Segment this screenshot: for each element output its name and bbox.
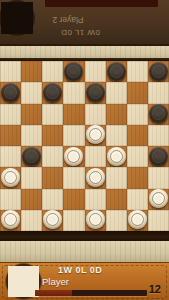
square-r3c3[interactable] [63, 125, 84, 146]
square-r5c1[interactable] [21, 167, 42, 188]
square-r5c5[interactable] [106, 167, 127, 188]
square-r5c2[interactable] [42, 167, 63, 188]
square-r6c0[interactable] [0, 189, 21, 210]
player-timer-bar [35, 290, 147, 296]
square-r4c7[interactable] [148, 146, 169, 167]
board-frame-bottom [0, 241, 169, 263]
square-r2c2[interactable] [42, 104, 63, 125]
white-piece[interactable] [43, 210, 62, 229]
square-r1c0[interactable] [0, 82, 21, 103]
square-r5c3[interactable] [63, 167, 84, 188]
move-counter: 12 [149, 283, 161, 295]
square-r4c2[interactable] [42, 146, 63, 167]
square-r0c2[interactable] [42, 61, 63, 82]
player-panel: 1W 0L 0D Player 12 [0, 262, 169, 300]
square-r1c4[interactable] [85, 82, 106, 103]
white-piece[interactable] [86, 168, 105, 187]
square-r7c2[interactable] [42, 210, 63, 231]
dark-piece[interactable] [149, 104, 168, 123]
square-r2c4[interactable] [85, 104, 106, 125]
square-r0c0[interactable] [0, 61, 21, 82]
white-piece[interactable] [64, 147, 83, 166]
square-r1c5[interactable] [106, 82, 127, 103]
white-piece[interactable] [86, 125, 105, 144]
square-r6c1[interactable] [21, 189, 42, 210]
square-r6c5[interactable] [106, 189, 127, 210]
board-frame-edge-bottom [0, 231, 169, 241]
square-r2c3[interactable] [63, 104, 84, 125]
white-piece[interactable] [149, 189, 168, 208]
square-r2c0[interactable] [0, 104, 21, 125]
square-r7c0[interactable] [0, 210, 21, 231]
checkers-board[interactable] [0, 61, 169, 231]
square-r4c0[interactable] [0, 146, 21, 167]
dark-piece[interactable] [149, 62, 168, 81]
square-r0c3[interactable] [63, 61, 84, 82]
square-r6c6[interactable] [127, 189, 148, 210]
opponent-timer-bar [45, 0, 158, 7]
opponent-panel: 0W 1L 0D Player 2 [0, 0, 169, 45]
white-piece[interactable] [1, 168, 20, 187]
square-r6c3[interactable] [63, 189, 84, 210]
dark-piece[interactable] [107, 62, 126, 81]
dark-piece[interactable] [149, 147, 168, 166]
square-r3c1[interactable] [21, 125, 42, 146]
square-r7c5[interactable] [106, 210, 127, 231]
square-r1c3[interactable] [63, 82, 84, 103]
square-r4c1[interactable] [21, 146, 42, 167]
player-timer-fill [35, 290, 72, 296]
square-r5c0[interactable] [0, 167, 21, 188]
dark-piece[interactable] [86, 83, 105, 102]
square-r4c5[interactable] [106, 146, 127, 167]
square-r1c6[interactable] [127, 82, 148, 103]
square-r7c4[interactable] [85, 210, 106, 231]
person-icon [1, 2, 33, 34]
square-r4c4[interactable] [85, 146, 106, 167]
square-r0c4[interactable] [85, 61, 106, 82]
square-r6c2[interactable] [42, 189, 63, 210]
white-piece[interactable] [86, 210, 105, 229]
player-name: Player [42, 276, 69, 287]
white-piece[interactable] [1, 210, 20, 229]
dark-piece[interactable] [22, 147, 41, 166]
square-r6c7[interactable] [148, 189, 169, 210]
square-r0c1[interactable] [21, 61, 42, 82]
opponent-name: Player 2 [33, 14, 103, 26]
square-r3c2[interactable] [42, 125, 63, 146]
square-r1c2[interactable] [42, 82, 63, 103]
square-r2c5[interactable] [106, 104, 127, 125]
square-r3c7[interactable] [148, 125, 169, 146]
white-piece[interactable] [128, 210, 147, 229]
square-r0c5[interactable] [106, 61, 127, 82]
square-r1c7[interactable] [148, 82, 169, 103]
dark-piece[interactable] [64, 62, 83, 81]
opponent-info-rotated: 0W 1L 0D Player 2 [33, 8, 103, 38]
checkers-app-screen: 0W 1L 0D Player 2 1W 0L 0D Player 12 [0, 0, 169, 300]
square-r4c6[interactable] [127, 146, 148, 167]
square-r1c1[interactable] [21, 82, 42, 103]
opponent-record: 0W 1L 0D [33, 26, 103, 38]
square-r0c7[interactable] [148, 61, 169, 82]
square-r5c7[interactable] [148, 167, 169, 188]
square-r2c7[interactable] [148, 104, 169, 125]
dark-piece[interactable] [1, 83, 20, 102]
square-r5c4[interactable] [85, 167, 106, 188]
square-r7c3[interactable] [63, 210, 84, 231]
square-r5c6[interactable] [127, 167, 148, 188]
square-r3c5[interactable] [106, 125, 127, 146]
square-r0c6[interactable] [127, 61, 148, 82]
square-r2c1[interactable] [21, 104, 42, 125]
opponent-timer-fill [45, 0, 158, 7]
square-r3c0[interactable] [0, 125, 21, 146]
square-r7c6[interactable] [127, 210, 148, 231]
square-r7c7[interactable] [148, 210, 169, 231]
square-r4c3[interactable] [63, 146, 84, 167]
square-r3c6[interactable] [127, 125, 148, 146]
square-r2c6[interactable] [127, 104, 148, 125]
opponent-avatar [1, 2, 33, 34]
white-piece[interactable] [107, 147, 126, 166]
player-record: 1W 0L 0D [58, 265, 102, 275]
square-r7c1[interactable] [21, 210, 42, 231]
dark-piece[interactable] [43, 83, 62, 102]
square-r6c4[interactable] [85, 189, 106, 210]
square-r3c4[interactable] [85, 125, 106, 146]
